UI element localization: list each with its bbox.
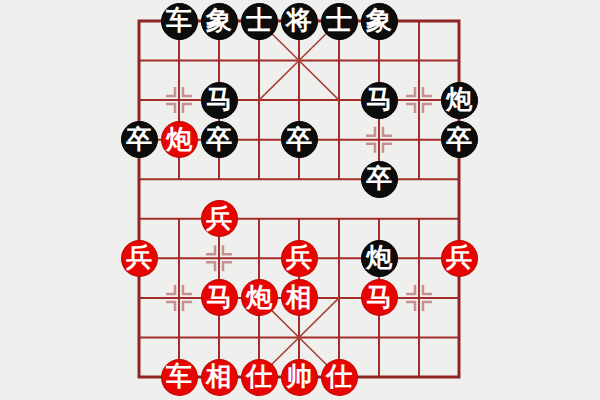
piece-black-cannon[interactable]: 炮 [361, 240, 398, 277]
piece-black-horse[interactable]: 马 [361, 82, 398, 119]
piece-black-cannon[interactable]: 炮 [441, 82, 478, 119]
piece-black-advisor[interactable]: 士 [321, 3, 358, 40]
piece-black-advisor[interactable]: 士 [241, 3, 278, 40]
piece-black-soldier[interactable]: 卒 [121, 121, 158, 158]
piece-black-elephant[interactable]: 象 [201, 3, 238, 40]
piece-black-soldier[interactable]: 卒 [201, 121, 238, 158]
piece-red-soldier[interactable]: 兵 [201, 200, 238, 237]
piece-red-soldier[interactable]: 兵 [121, 240, 158, 277]
piece-red-general[interactable]: 帅 [281, 359, 318, 396]
piece-black-soldier[interactable]: 卒 [281, 121, 318, 158]
piece-red-horse[interactable]: 马 [361, 279, 398, 316]
piece-red-advisor[interactable]: 仕 [241, 359, 278, 396]
piece-red-soldier[interactable]: 兵 [281, 240, 318, 277]
piece-red-elephant[interactable]: 相 [281, 279, 318, 316]
piece-red-advisor[interactable]: 仕 [321, 359, 358, 396]
piece-red-chariot[interactable]: 车 [161, 359, 198, 396]
piece-red-soldier[interactable]: 兵 [441, 240, 478, 277]
piece-red-horse[interactable]: 马 [201, 279, 238, 316]
pieces-layer: 车象士将士象马马炮卒卒卒卒卒炮炮兵兵兵兵马炮相马车相仕帅仕 [0, 0, 600, 400]
piece-red-cannon[interactable]: 炮 [161, 121, 198, 158]
piece-black-soldier[interactable]: 卒 [361, 161, 398, 198]
piece-black-general[interactable]: 将 [281, 3, 318, 40]
piece-black-chariot[interactable]: 车 [161, 3, 198, 40]
xiangqi-screen: 车象士将士象马马炮卒卒卒卒卒炮炮兵兵兵兵马炮相马车相仕帅仕 [0, 0, 600, 400]
piece-black-elephant[interactable]: 象 [361, 3, 398, 40]
piece-black-soldier[interactable]: 卒 [441, 121, 478, 158]
piece-red-cannon[interactable]: 炮 [241, 279, 278, 316]
piece-black-horse[interactable]: 马 [201, 82, 238, 119]
piece-red-elephant[interactable]: 相 [201, 359, 238, 396]
